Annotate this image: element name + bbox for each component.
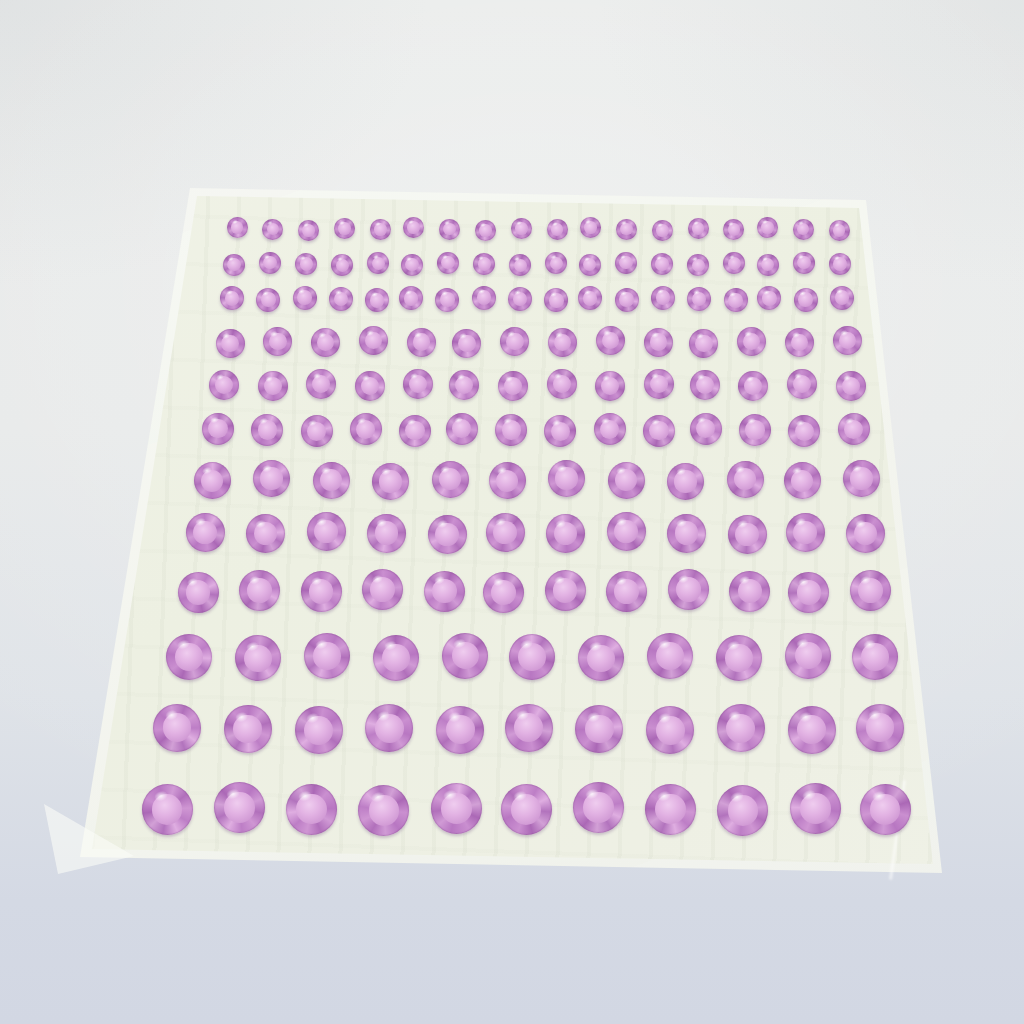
- rhinestone: [790, 783, 841, 834]
- rhinestone: [178, 572, 219, 613]
- rhinestone: [224, 705, 272, 753]
- rhinestone: [690, 370, 720, 400]
- rhinestone: [373, 635, 419, 681]
- rhinestone: [424, 571, 465, 612]
- rhinestone: [546, 514, 585, 553]
- rhinestone: [501, 784, 552, 835]
- rhinestone: [580, 217, 601, 238]
- rhinestone: [788, 706, 836, 754]
- rhinestone: [852, 634, 898, 680]
- rhinestone: [350, 413, 382, 445]
- rhinestone: [786, 513, 825, 552]
- rhinestone: [860, 784, 911, 835]
- rhinestone: [724, 288, 748, 312]
- rhinestone: [186, 513, 225, 552]
- rhinestone: [472, 286, 496, 310]
- rhinestone: [246, 514, 285, 553]
- rhinestone: [717, 704, 765, 752]
- photo-scene: [0, 0, 1024, 1024]
- rhinestone: [667, 514, 706, 553]
- rhinestone: [442, 633, 488, 679]
- rhinestone: [334, 218, 355, 239]
- rhinestone: [836, 371, 866, 401]
- rhinestone: [793, 252, 815, 274]
- rhinestone: [788, 572, 829, 613]
- rhinestone: [739, 414, 771, 446]
- rhinestone: [142, 784, 193, 835]
- rhinestone: [729, 571, 770, 612]
- rhinestone: [595, 371, 625, 401]
- rhinestone: [286, 784, 337, 835]
- rhinestone: [833, 326, 862, 355]
- rhinestone: [667, 463, 704, 500]
- rhinestone: [301, 571, 342, 612]
- rhinestone: [446, 413, 478, 445]
- rhinestone: [307, 512, 346, 551]
- rhinestone: [850, 570, 891, 611]
- rhinestone: [153, 704, 201, 752]
- rhinestone: [439, 219, 460, 240]
- rhinestone: [508, 287, 532, 311]
- rhinestone: [295, 253, 317, 275]
- rhinestone: [431, 783, 482, 834]
- rhinestone: [194, 462, 231, 499]
- rhinestone: [511, 218, 532, 239]
- rhinestone: [505, 704, 553, 752]
- rhinestone: [596, 326, 625, 355]
- rhinestone: [838, 413, 870, 445]
- rhinestone: [794, 288, 818, 312]
- rhinestone: [547, 369, 577, 399]
- rhinestone: [785, 633, 831, 679]
- rhinestone: [216, 329, 245, 358]
- rhinestone: [407, 328, 436, 357]
- rhinestone: [717, 785, 768, 836]
- rhinestone: [329, 287, 353, 311]
- rhinestone: [644, 369, 674, 399]
- rhinestone: [401, 254, 423, 276]
- rhinestone: [432, 461, 469, 498]
- rhinestone: [258, 371, 288, 401]
- rhinestone: [829, 220, 850, 241]
- rhinestone: [757, 217, 778, 238]
- rhinestone: [716, 635, 762, 681]
- rhinestone: [579, 254, 601, 276]
- rhinestone: [298, 220, 319, 241]
- rhinestone: [259, 252, 281, 274]
- rhinestone: [223, 254, 245, 276]
- rhinestone: [757, 254, 779, 276]
- rhinestone: [358, 785, 409, 836]
- rhinestone: [615, 252, 637, 274]
- rhinestone: [475, 220, 496, 241]
- rhinestone: [829, 253, 851, 275]
- rhinestone: [483, 572, 524, 613]
- rhinestone: [295, 706, 343, 754]
- rhinestone: [436, 706, 484, 754]
- rhinestone: [301, 415, 333, 447]
- rhinestone: [548, 460, 585, 497]
- rhinestone: [313, 462, 350, 499]
- rhinestone: [253, 460, 290, 497]
- rhinestone: [727, 461, 764, 498]
- rhinestone: [856, 704, 904, 752]
- rhinestone: [367, 514, 406, 553]
- rhinestone: [166, 634, 212, 680]
- rhinestone: [435, 288, 459, 312]
- rhinestone: [256, 288, 280, 312]
- rhinestone: [846, 514, 885, 553]
- rhinestone: [399, 415, 431, 447]
- rhinestone: [728, 515, 767, 554]
- rhinestone: [652, 220, 673, 241]
- rhinestone: [489, 462, 526, 499]
- rhinestone: [830, 286, 854, 310]
- rhinestone: [214, 782, 265, 833]
- rhinestone: [784, 462, 821, 499]
- rhinestone: [688, 218, 709, 239]
- rhinestone: [608, 462, 645, 499]
- rhinestone: [545, 570, 586, 611]
- rhinestone: [437, 252, 459, 274]
- rhinestone: [643, 415, 675, 447]
- rhinestone: [509, 634, 555, 680]
- rhinestone: [370, 219, 391, 240]
- rhinestone: [473, 253, 495, 275]
- rhinestone: [547, 219, 568, 240]
- rhinestone: [668, 569, 709, 610]
- rhinestone: [209, 370, 239, 400]
- rhinestone: [607, 512, 646, 551]
- rhinestone: [495, 414, 527, 446]
- rhinestone: [594, 413, 626, 445]
- rhinestone: [227, 217, 248, 238]
- rhinestone: [262, 219, 283, 240]
- rhinestone: [263, 327, 292, 356]
- rhinestone: [644, 328, 673, 357]
- rhinestone: [403, 369, 433, 399]
- rhinestone: [651, 253, 673, 275]
- rhinestone: [573, 782, 624, 833]
- rhinestone: [690, 413, 722, 445]
- rhinestone: [239, 570, 280, 611]
- rhinestone: [293, 286, 317, 310]
- rhinestone: [616, 219, 637, 240]
- rhinestone: [737, 327, 766, 356]
- rhinestone: [645, 784, 696, 835]
- rhinestone: [372, 463, 409, 500]
- rhinestone: [843, 460, 880, 497]
- rhinestone: [202, 413, 234, 445]
- rhinestone: [793, 219, 814, 240]
- rhinestone: [428, 515, 467, 554]
- rhinestone: [615, 288, 639, 312]
- rhinestone: [575, 705, 623, 753]
- rhinestone: [651, 286, 675, 310]
- rhinestone: [486, 513, 525, 552]
- rhinestone: [500, 327, 529, 356]
- rhinestone: [355, 371, 385, 401]
